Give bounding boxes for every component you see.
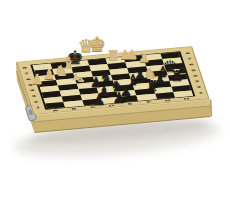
coordinate-label: 1 [194,90,207,97]
coordinate-label: 1 [31,104,44,111]
product-photo-stage: ABCDEFGH 87654321 87654321 ♚♛♟♟♜♟♚♝♛♟♞♝♝… [0,0,230,200]
